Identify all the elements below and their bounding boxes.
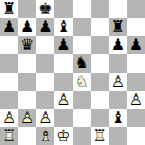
square-d6[interactable]: ♟ (54, 36, 72, 54)
square-b7[interactable]: ♟ (18, 18, 36, 36)
square-d1[interactable]: ♚♔ (54, 127, 72, 145)
square-g1[interactable] (109, 127, 127, 145)
square-h7[interactable] (127, 18, 145, 36)
square-e7[interactable] (73, 18, 91, 36)
square-h1[interactable] (127, 127, 145, 145)
square-h2[interactable] (127, 109, 145, 127)
white-pawn-icon: ♟♙ (127, 91, 145, 109)
square-c8[interactable]: ♚ (36, 0, 54, 18)
black-pawn-icon: ♟ (0, 18, 18, 36)
square-d4[interactable] (54, 73, 72, 91)
square-f3[interactable] (91, 91, 109, 109)
square-g4[interactable]: ♟♙ (109, 73, 127, 91)
chess-board: ♜♚♟♟♟♝♜♛♟♟♟♞♞♘♟♙♟♙♟♙♟♙♟♙♟♙♝♜♖♝♗♚♔♜♖ (0, 0, 145, 145)
square-c6[interactable] (36, 36, 54, 54)
square-e1[interactable] (73, 127, 91, 145)
square-d8[interactable] (54, 0, 72, 18)
square-c7[interactable]: ♟ (36, 18, 54, 36)
white-rook-icon: ♜♖ (91, 127, 109, 145)
square-b8[interactable] (18, 0, 36, 18)
black-pawn-icon: ♟ (36, 18, 54, 36)
square-a4[interactable] (0, 73, 18, 91)
square-b1[interactable] (18, 127, 36, 145)
black-pawn-icon: ♟ (127, 36, 145, 54)
square-c4[interactable] (36, 73, 54, 91)
square-f2[interactable] (91, 109, 109, 127)
square-g2[interactable]: ♝ (109, 109, 127, 127)
black-pawn-icon: ♟ (54, 36, 72, 54)
square-b5[interactable] (18, 54, 36, 72)
square-a7[interactable]: ♟ (0, 18, 18, 36)
square-c2[interactable]: ♟♙ (36, 109, 54, 127)
white-pawn-icon: ♟♙ (0, 109, 18, 127)
square-d7[interactable]: ♝ (54, 18, 72, 36)
black-rook-icon: ♜ (109, 18, 127, 36)
black-bishop-icon: ♝ (54, 18, 72, 36)
square-f8[interactable] (91, 0, 109, 18)
square-d2[interactable] (54, 109, 72, 127)
square-f6[interactable] (91, 36, 109, 54)
white-pawn-icon: ♟♙ (18, 109, 36, 127)
square-f7[interactable] (91, 18, 109, 36)
square-e2[interactable] (73, 109, 91, 127)
square-h5[interactable] (127, 54, 145, 72)
square-e5[interactable]: ♞ (73, 54, 91, 72)
square-a2[interactable]: ♟♙ (0, 109, 18, 127)
square-c3[interactable] (36, 91, 54, 109)
white-rook-icon: ♜♖ (0, 127, 18, 145)
square-a1[interactable]: ♜♖ (0, 127, 18, 145)
black-king-icon: ♚ (36, 0, 54, 18)
square-a8[interactable]: ♜ (0, 0, 18, 18)
white-pawn-icon: ♟♙ (109, 73, 127, 91)
square-e3[interactable] (73, 91, 91, 109)
square-h3[interactable]: ♟♙ (127, 91, 145, 109)
square-b4[interactable] (18, 73, 36, 91)
square-g6[interactable]: ♟ (109, 36, 127, 54)
black-bishop-icon: ♝ (109, 109, 127, 127)
white-bishop-icon: ♝♗ (36, 127, 54, 145)
square-a3[interactable] (0, 91, 18, 109)
square-h6[interactable]: ♟ (127, 36, 145, 54)
square-f1[interactable]: ♜♖ (91, 127, 109, 145)
black-pawn-icon: ♟ (109, 36, 127, 54)
square-c5[interactable] (36, 54, 54, 72)
square-g3[interactable] (109, 91, 127, 109)
square-f5[interactable] (91, 54, 109, 72)
square-d3[interactable]: ♟♙ (54, 91, 72, 109)
square-f4[interactable] (91, 73, 109, 91)
square-g7[interactable]: ♜ (109, 18, 127, 36)
black-knight-icon: ♞ (73, 54, 91, 72)
white-king-icon: ♚♔ (54, 127, 72, 145)
black-rook-icon: ♜ (0, 0, 18, 18)
square-b3[interactable] (18, 91, 36, 109)
square-h8[interactable] (127, 0, 145, 18)
white-knight-icon: ♞♘ (73, 73, 91, 91)
square-a5[interactable] (0, 54, 18, 72)
square-g8[interactable] (109, 0, 127, 18)
square-h4[interactable] (127, 73, 145, 91)
square-e4[interactable]: ♞♘ (73, 73, 91, 91)
square-b6[interactable]: ♛ (18, 36, 36, 54)
white-pawn-icon: ♟♙ (54, 91, 72, 109)
square-e6[interactable] (73, 36, 91, 54)
square-a6[interactable] (0, 36, 18, 54)
square-g5[interactable] (109, 54, 127, 72)
white-pawn-icon: ♟♙ (36, 109, 54, 127)
black-pawn-icon: ♟ (18, 18, 36, 36)
square-c1[interactable]: ♝♗ (36, 127, 54, 145)
square-e8[interactable] (73, 0, 91, 18)
black-queen-icon: ♛ (18, 36, 36, 54)
square-b2[interactable]: ♟♙ (18, 109, 36, 127)
square-d5[interactable] (54, 54, 72, 72)
